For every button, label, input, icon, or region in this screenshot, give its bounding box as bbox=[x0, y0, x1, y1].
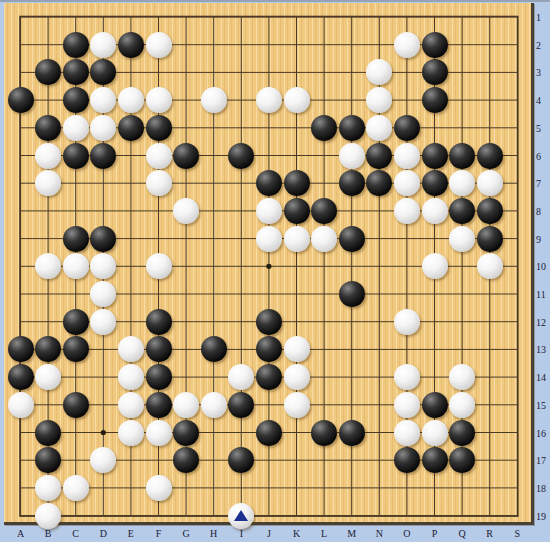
stone-L16-black bbox=[311, 420, 337, 446]
stone-E2-black bbox=[118, 32, 144, 58]
stone-C6-black bbox=[63, 143, 89, 169]
column-label-P: P bbox=[432, 528, 438, 539]
stone-O16-white bbox=[394, 420, 420, 446]
row-label-1: 1 bbox=[536, 12, 541, 23]
row-label-12: 12 bbox=[536, 316, 546, 327]
last-move-triangle-marker bbox=[234, 510, 248, 521]
stone-D12-white bbox=[90, 309, 116, 335]
stone-K14-white bbox=[284, 364, 310, 390]
stone-G16-black bbox=[173, 420, 199, 446]
stone-Q9-white bbox=[449, 226, 475, 252]
stone-I19-white bbox=[228, 503, 254, 529]
stone-G8-white bbox=[173, 198, 199, 224]
stone-K9-white bbox=[284, 226, 310, 252]
stone-O7-white bbox=[394, 170, 420, 196]
stone-R8-black bbox=[477, 198, 503, 224]
stone-F6-white bbox=[146, 143, 172, 169]
stone-O8-white bbox=[394, 198, 420, 224]
stone-C4-black bbox=[63, 87, 89, 113]
stone-K4-white bbox=[284, 87, 310, 113]
row-label-3: 3 bbox=[536, 67, 541, 78]
stone-H13-black bbox=[201, 336, 227, 362]
stone-J4-white bbox=[256, 87, 282, 113]
stone-C13-black bbox=[63, 336, 89, 362]
stone-C3-black bbox=[63, 59, 89, 85]
stone-K13-white bbox=[284, 336, 310, 362]
stone-F2-white bbox=[146, 32, 172, 58]
column-label-F: F bbox=[156, 528, 162, 539]
stone-H15-white bbox=[201, 392, 227, 418]
stone-G6-black bbox=[173, 143, 199, 169]
stone-A13-black bbox=[8, 336, 34, 362]
stone-M7-black bbox=[339, 170, 365, 196]
column-label-E: E bbox=[128, 528, 134, 539]
stone-E15-white bbox=[118, 392, 144, 418]
stone-D9-black bbox=[90, 226, 116, 252]
row-label-13: 13 bbox=[536, 344, 546, 355]
stone-C9-black bbox=[63, 226, 89, 252]
column-label-L: L bbox=[321, 528, 327, 539]
stone-J14-black bbox=[256, 364, 282, 390]
stone-Q8-black bbox=[449, 198, 475, 224]
stone-J8-white bbox=[256, 198, 282, 224]
stone-O2-white bbox=[394, 32, 420, 58]
stone-B16-black bbox=[35, 420, 61, 446]
stone-M9-black bbox=[339, 226, 365, 252]
stone-E16-white bbox=[118, 420, 144, 446]
stone-A4-black bbox=[8, 87, 34, 113]
stone-K7-black bbox=[284, 170, 310, 196]
row-label-2: 2 bbox=[536, 39, 541, 50]
stone-O17-black bbox=[394, 447, 420, 473]
stone-Q14-white bbox=[449, 364, 475, 390]
row-label-18: 18 bbox=[536, 482, 546, 493]
stone-O6-white bbox=[394, 143, 420, 169]
stone-O14-white bbox=[394, 364, 420, 390]
stone-R9-black bbox=[477, 226, 503, 252]
stone-P15-black bbox=[422, 392, 448, 418]
stone-C12-black bbox=[63, 309, 89, 335]
stone-P8-white bbox=[422, 198, 448, 224]
stone-L9-white bbox=[311, 226, 337, 252]
stone-Q6-black bbox=[449, 143, 475, 169]
go-board[interactable] bbox=[4, 3, 534, 525]
stone-G15-white bbox=[173, 392, 199, 418]
stone-C10-white bbox=[63, 253, 89, 279]
stone-I15-black bbox=[228, 392, 254, 418]
stone-F7-white bbox=[146, 170, 172, 196]
stone-R6-black bbox=[477, 143, 503, 169]
stone-B14-white bbox=[35, 364, 61, 390]
stone-F10-white bbox=[146, 253, 172, 279]
column-label-B: B bbox=[45, 528, 52, 539]
stone-M6-white bbox=[339, 143, 365, 169]
row-label-15: 15 bbox=[536, 399, 546, 410]
stone-F16-white bbox=[146, 420, 172, 446]
stone-N5-white bbox=[366, 115, 392, 141]
stone-M5-black bbox=[339, 115, 365, 141]
row-label-6: 6 bbox=[536, 150, 541, 161]
stone-C5-white bbox=[63, 115, 89, 141]
stone-C15-black bbox=[63, 392, 89, 418]
stone-O5-black bbox=[394, 115, 420, 141]
row-label-7: 7 bbox=[536, 178, 541, 189]
stone-J12-black bbox=[256, 309, 282, 335]
row-label-11: 11 bbox=[536, 289, 546, 300]
stone-J16-black bbox=[256, 420, 282, 446]
stone-F12-black bbox=[146, 309, 172, 335]
stone-P10-white bbox=[422, 253, 448, 279]
column-label-H: H bbox=[210, 528, 217, 539]
stone-F4-white bbox=[146, 87, 172, 113]
column-label-C: C bbox=[72, 528, 79, 539]
stone-P16-white bbox=[422, 420, 448, 446]
stone-M16-black bbox=[339, 420, 365, 446]
column-label-J: J bbox=[267, 528, 271, 539]
stone-B18-white bbox=[35, 475, 61, 501]
stone-B6-white bbox=[35, 143, 61, 169]
stone-P6-black bbox=[422, 143, 448, 169]
stone-F14-black bbox=[146, 364, 172, 390]
stone-P7-black bbox=[422, 170, 448, 196]
stone-P4-black bbox=[422, 87, 448, 113]
row-label-19: 19 bbox=[536, 510, 546, 521]
column-label-D: D bbox=[100, 528, 107, 539]
star-point bbox=[101, 430, 106, 435]
stone-R10-white bbox=[477, 253, 503, 279]
stone-E4-white bbox=[118, 87, 144, 113]
stone-C2-black bbox=[63, 32, 89, 58]
stone-D2-white bbox=[90, 32, 116, 58]
stone-F18-white bbox=[146, 475, 172, 501]
row-label-4: 4 bbox=[536, 95, 541, 106]
column-label-A: A bbox=[17, 528, 24, 539]
stone-L8-black bbox=[311, 198, 337, 224]
game-window: ABCDEFGHIJKLMNOPQRS 12345678910111213141… bbox=[0, 0, 550, 542]
stone-P2-black bbox=[422, 32, 448, 58]
stone-M11-black bbox=[339, 281, 365, 307]
stone-D6-black bbox=[90, 143, 116, 169]
stone-Q16-black bbox=[449, 420, 475, 446]
row-label-14: 14 bbox=[536, 372, 546, 383]
stone-I6-black bbox=[228, 143, 254, 169]
column-label-R: R bbox=[486, 528, 493, 539]
stone-F13-black bbox=[146, 336, 172, 362]
stone-E14-white bbox=[118, 364, 144, 390]
stone-R7-white bbox=[477, 170, 503, 196]
row-label-9: 9 bbox=[536, 233, 541, 244]
stone-K15-white bbox=[284, 392, 310, 418]
column-label-N: N bbox=[376, 528, 383, 539]
stone-O12-white bbox=[394, 309, 420, 335]
column-label-I: I bbox=[240, 528, 243, 539]
stone-J9-white bbox=[256, 226, 282, 252]
stone-D5-white bbox=[90, 115, 116, 141]
stone-N6-black bbox=[366, 143, 392, 169]
stone-B19-white bbox=[35, 503, 61, 529]
column-label-Q: Q bbox=[458, 528, 465, 539]
row-label-16: 16 bbox=[536, 427, 546, 438]
stone-E5-black bbox=[118, 115, 144, 141]
column-label-M: M bbox=[347, 528, 356, 539]
stone-A14-black bbox=[8, 364, 34, 390]
stone-L5-black bbox=[311, 115, 337, 141]
star-point bbox=[266, 264, 271, 269]
stone-F15-black bbox=[146, 392, 172, 418]
stone-H4-white bbox=[201, 87, 227, 113]
column-label-K: K bbox=[293, 528, 300, 539]
row-label-17: 17 bbox=[536, 455, 546, 466]
stone-J7-black bbox=[256, 170, 282, 196]
column-label-S: S bbox=[515, 528, 521, 539]
stone-K8-black bbox=[284, 198, 310, 224]
row-label-8: 8 bbox=[536, 205, 541, 216]
stone-Q15-white bbox=[449, 392, 475, 418]
stone-P17-black bbox=[422, 447, 448, 473]
stone-B5-black bbox=[35, 115, 61, 141]
row-label-10: 10 bbox=[536, 261, 546, 272]
row-label-5: 5 bbox=[536, 122, 541, 133]
stone-F5-black bbox=[146, 115, 172, 141]
stone-P3-black bbox=[422, 59, 448, 85]
stone-O15-white bbox=[394, 392, 420, 418]
stone-C18-white bbox=[63, 475, 89, 501]
stone-A15-white bbox=[8, 392, 34, 418]
column-label-O: O bbox=[403, 528, 410, 539]
column-label-G: G bbox=[182, 528, 189, 539]
